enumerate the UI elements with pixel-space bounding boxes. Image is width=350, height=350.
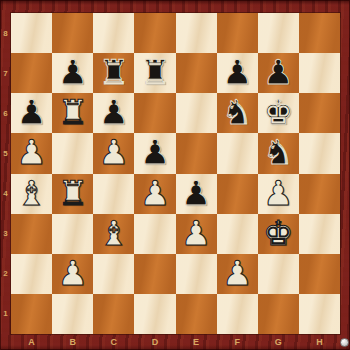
piece-black-pawn-c6[interactable]: ♟ — [93, 93, 134, 133]
piece-white-pawn-b2[interactable]: ♟ — [52, 254, 93, 294]
square-b7[interactable]: ♟ — [52, 53, 93, 93]
square-e7[interactable] — [176, 53, 217, 93]
square-f1[interactable] — [217, 294, 258, 334]
square-a3[interactable] — [11, 214, 52, 254]
square-d7[interactable]: ♜ — [134, 53, 175, 93]
square-c3[interactable]: ♝ — [93, 214, 134, 254]
square-a1[interactable] — [11, 294, 52, 334]
piece-white-king-g3[interactable]: ♚ — [258, 214, 299, 254]
piece-black-rook-d7[interactable]: ♜ — [134, 53, 175, 93]
rank-label-1: 1 — [0, 294, 11, 334]
rank-label-2: 2 — [0, 254, 11, 294]
square-d1[interactable] — [134, 294, 175, 334]
piece-black-knight-f6[interactable]: ♞ — [217, 93, 258, 133]
piece-white-rook-b6[interactable]: ♜ — [52, 93, 93, 133]
file-label-b: B — [52, 334, 93, 350]
rank-label-8: 8 — [0, 13, 11, 53]
square-c4[interactable] — [93, 174, 134, 214]
square-a8[interactable] — [11, 13, 52, 53]
square-g7[interactable]: ♟ — [258, 53, 299, 93]
file-labels: ABCDEFGH — [11, 334, 340, 350]
square-b5[interactable] — [52, 133, 93, 173]
square-b3[interactable] — [52, 214, 93, 254]
square-c1[interactable] — [93, 294, 134, 334]
square-h5[interactable] — [299, 133, 340, 173]
square-e8[interactable] — [176, 13, 217, 53]
square-g4[interactable]: ♟ — [258, 174, 299, 214]
piece-black-pawn-e4[interactable]: ♟ — [176, 174, 217, 214]
piece-black-pawn-b7[interactable]: ♟ — [52, 53, 93, 93]
piece-white-pawn-d4[interactable]: ♟ — [134, 174, 175, 214]
rank-labels: 87654321 — [0, 13, 11, 334]
piece-white-pawn-f2[interactable]: ♟ — [217, 254, 258, 294]
file-label-a: A — [11, 334, 52, 350]
chess-board-window: ♟♜♜♟♟♟♜♟♞♚♟♟♟♞♝♜♟♟♟♝♟♚♟♟ 87654321 ABCDEF… — [0, 0, 350, 350]
square-h7[interactable] — [299, 53, 340, 93]
square-g8[interactable] — [258, 13, 299, 53]
square-e1[interactable] — [176, 294, 217, 334]
square-f2[interactable]: ♟ — [217, 254, 258, 294]
square-e4[interactable]: ♟ — [176, 174, 217, 214]
square-a6[interactable]: ♟ — [11, 93, 52, 133]
piece-white-pawn-g4[interactable]: ♟ — [258, 174, 299, 214]
square-g6[interactable]: ♚ — [258, 93, 299, 133]
rank-label-6: 6 — [0, 93, 11, 133]
square-d8[interactable] — [134, 13, 175, 53]
file-label-h: H — [299, 334, 340, 350]
file-label-d: D — [134, 334, 175, 350]
piece-black-king-g6[interactable]: ♚ — [258, 93, 299, 133]
piece-black-knight-g5[interactable]: ♞ — [258, 133, 299, 173]
square-d2[interactable] — [134, 254, 175, 294]
square-c5[interactable]: ♟ — [93, 133, 134, 173]
square-b6[interactable]: ♜ — [52, 93, 93, 133]
piece-black-pawn-f7[interactable]: ♟ — [217, 53, 258, 93]
square-d6[interactable] — [134, 93, 175, 133]
piece-black-rook-c7[interactable]: ♜ — [93, 53, 134, 93]
square-f5[interactable] — [217, 133, 258, 173]
piece-white-pawn-e3[interactable]: ♟ — [176, 214, 217, 254]
square-g5[interactable]: ♞ — [258, 133, 299, 173]
square-f3[interactable] — [217, 214, 258, 254]
piece-black-pawn-g7[interactable]: ♟ — [258, 53, 299, 93]
square-f6[interactable]: ♞ — [217, 93, 258, 133]
piece-black-pawn-d5[interactable]: ♟ — [134, 133, 175, 173]
square-g2[interactable] — [258, 254, 299, 294]
file-label-g: G — [258, 334, 299, 350]
square-g1[interactable] — [258, 294, 299, 334]
rank-label-4: 4 — [0, 174, 11, 214]
square-f4[interactable] — [217, 174, 258, 214]
square-b4[interactable]: ♜ — [52, 174, 93, 214]
side-to-move-indicator — [340, 338, 349, 347]
rank-label-7: 7 — [0, 53, 11, 93]
square-h4[interactable] — [299, 174, 340, 214]
square-c8[interactable] — [93, 13, 134, 53]
square-e5[interactable] — [176, 133, 217, 173]
file-label-f: F — [217, 334, 258, 350]
rank-label-3: 3 — [0, 214, 11, 254]
square-c2[interactable] — [93, 254, 134, 294]
piece-black-pawn-a6[interactable]: ♟ — [11, 93, 52, 133]
square-h2[interactable] — [299, 254, 340, 294]
square-a4[interactable]: ♝ — [11, 174, 52, 214]
piece-white-pawn-c5[interactable]: ♟ — [93, 133, 134, 173]
rank-label-5: 5 — [0, 133, 11, 173]
square-h1[interactable] — [299, 294, 340, 334]
square-d4[interactable]: ♟ — [134, 174, 175, 214]
square-f8[interactable] — [217, 13, 258, 53]
square-b8[interactable] — [52, 13, 93, 53]
file-label-c: C — [93, 334, 134, 350]
square-d5[interactable]: ♟ — [134, 133, 175, 173]
chess-board: ♟♜♜♟♟♟♜♟♞♚♟♟♟♞♝♜♟♟♟♝♟♚♟♟ — [11, 13, 340, 334]
square-e3[interactable]: ♟ — [176, 214, 217, 254]
piece-white-bishop-c3[interactable]: ♝ — [93, 214, 134, 254]
square-e6[interactable] — [176, 93, 217, 133]
square-b1[interactable] — [52, 294, 93, 334]
square-g3[interactable]: ♚ — [258, 214, 299, 254]
square-h6[interactable] — [299, 93, 340, 133]
square-d3[interactable] — [134, 214, 175, 254]
square-a5[interactable]: ♟ — [11, 133, 52, 173]
square-h8[interactable] — [299, 13, 340, 53]
square-b2[interactable]: ♟ — [52, 254, 93, 294]
piece-white-bishop-a4[interactable]: ♝ — [11, 174, 52, 214]
piece-white-rook-b4[interactable]: ♜ — [52, 174, 93, 214]
square-a2[interactable] — [11, 254, 52, 294]
square-c6[interactable]: ♟ — [93, 93, 134, 133]
square-h3[interactable] — [299, 214, 340, 254]
square-f7[interactable]: ♟ — [217, 53, 258, 93]
square-c7[interactable]: ♜ — [93, 53, 134, 93]
square-a7[interactable] — [11, 53, 52, 93]
file-label-e: E — [176, 334, 217, 350]
square-e2[interactable] — [176, 254, 217, 294]
piece-white-pawn-a5[interactable]: ♟ — [11, 133, 52, 173]
